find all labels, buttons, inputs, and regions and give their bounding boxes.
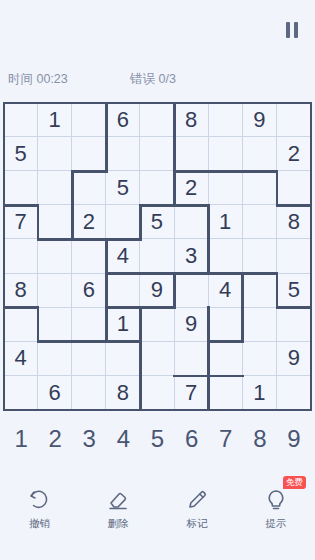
- cell-r1c5[interactable]: [140, 103, 174, 137]
- cell-r3c6[interactable]: 2: [175, 171, 209, 205]
- cell-r4c6[interactable]: [175, 205, 209, 239]
- number-pad: 123456789: [4, 421, 311, 457]
- cell-r9c1[interactable]: [4, 376, 38, 410]
- region-border-segment: [37, 238, 142, 241]
- cell-r5c5[interactable]: [140, 239, 174, 273]
- cell-r8c7[interactable]: [209, 342, 243, 376]
- region-border-segment: [207, 306, 210, 411]
- cell-r2c8[interactable]: [243, 137, 277, 171]
- numpad-key-7[interactable]: 7: [209, 421, 243, 457]
- undo-label: 撤销: [29, 517, 50, 531]
- hint-label: 提示: [265, 517, 286, 531]
- cell-r8c6[interactable]: [175, 342, 209, 376]
- cell-r7c4[interactable]: 1: [106, 308, 140, 342]
- cell-r5c3[interactable]: [72, 239, 106, 273]
- cell-r4c5[interactable]: 5: [140, 205, 174, 239]
- region-border-segment: [3, 306, 40, 309]
- toolbar: 撤销 删除 标记 免费 提示: [0, 483, 315, 541]
- numpad-key-3[interactable]: 3: [72, 421, 106, 457]
- region-border-segment: [276, 170, 279, 207]
- region-border-segment: [71, 170, 74, 241]
- cell-r5c7[interactable]: [209, 239, 243, 273]
- cell-r4c3[interactable]: 2: [72, 205, 106, 239]
- cell-r8c9[interactable]: 9: [277, 342, 311, 376]
- cell-r8c2[interactable]: [38, 342, 72, 376]
- cell-r6c8[interactable]: [243, 274, 277, 308]
- cell-r5c6[interactable]: 3: [175, 239, 209, 273]
- cell-r1c4[interactable]: 6: [106, 103, 140, 137]
- cell-r7c3[interactable]: [72, 308, 106, 342]
- region-border-segment: [37, 306, 40, 343]
- cell-r3c3[interactable]: [72, 171, 106, 205]
- cell-r2c9[interactable]: 2: [277, 137, 311, 171]
- sudoku-board: 1689525272518438694519496871: [4, 103, 311, 410]
- cell-r2c1[interactable]: 5: [4, 137, 38, 171]
- region-border-segment: [3, 204, 40, 207]
- region-border-segment: [276, 272, 279, 309]
- cell-r3c2[interactable]: [38, 171, 72, 205]
- numpad-key-9[interactable]: 9: [277, 421, 311, 457]
- cell-r4c9[interactable]: 8: [277, 205, 311, 239]
- cell-r7c2[interactable]: [38, 308, 72, 342]
- numpad-key-5[interactable]: 5: [140, 421, 174, 457]
- cell-r5c1[interactable]: [4, 239, 38, 273]
- cell-r9c3[interactable]: [72, 376, 106, 410]
- cell-r6c7[interactable]: 4: [209, 274, 243, 308]
- cell-r6c1[interactable]: 8: [4, 274, 38, 308]
- cell-r2c3[interactable]: [72, 137, 106, 171]
- pause-button[interactable]: [282, 22, 302, 38]
- erase-button[interactable]: 删除: [86, 483, 150, 539]
- erase-label: 删除: [108, 517, 129, 531]
- cell-r9c2[interactable]: 6: [38, 376, 72, 410]
- cell-r6c2[interactable]: [38, 274, 72, 308]
- region-border-segment: [105, 272, 278, 275]
- region-border-segment: [276, 204, 313, 207]
- status-bar: 时间 00:23 错误 0/3: [0, 71, 315, 87]
- cell-r1c1[interactable]: [4, 103, 38, 137]
- region-border-segment: [207, 204, 210, 275]
- notes-button[interactable]: 标记: [165, 483, 229, 539]
- cell-r1c3[interactable]: [72, 103, 106, 137]
- cell-r3c7[interactable]: [209, 171, 243, 205]
- cell-r2c5[interactable]: [140, 137, 174, 171]
- cell-r6c3[interactable]: 6: [72, 274, 106, 308]
- cell-r3c9[interactable]: [277, 171, 311, 205]
- cell-r4c4[interactable]: [106, 205, 140, 239]
- cell-r2c7[interactable]: [209, 137, 243, 171]
- region-border-segment: [71, 170, 108, 173]
- cell-r2c2[interactable]: [38, 137, 72, 171]
- cell-r4c7[interactable]: 1: [209, 205, 243, 239]
- cell-r7c9[interactable]: [277, 308, 311, 342]
- cell-r6c9[interactable]: 5: [277, 274, 311, 308]
- cell-r3c8[interactable]: [243, 171, 277, 205]
- cell-r1c9[interactable]: [277, 103, 311, 137]
- cell-r9c7[interactable]: [209, 376, 243, 410]
- pause-icon: [286, 22, 290, 38]
- pencil-icon: [184, 487, 210, 513]
- cell-r9c6[interactable]: 7: [175, 376, 209, 410]
- cell-r4c2[interactable]: [38, 205, 72, 239]
- cell-r9c5[interactable]: [140, 376, 174, 410]
- undo-arrow-icon: [26, 487, 52, 513]
- cell-r5c2[interactable]: [38, 239, 72, 273]
- cell-r3c4[interactable]: 5: [106, 171, 140, 205]
- eraser-icon: [105, 487, 131, 513]
- sudoku-cells: 1689525272518438694519496871: [4, 103, 311, 410]
- cell-r3c1[interactable]: [4, 171, 38, 205]
- region-border-segment: [173, 272, 176, 309]
- free-badge: 免费: [283, 476, 306, 489]
- cell-r1c6[interactable]: 8: [175, 103, 209, 137]
- cell-r7c6[interactable]: 9: [175, 308, 209, 342]
- region-border-segment: [241, 272, 244, 343]
- cell-r7c1[interactable]: [4, 308, 38, 342]
- region-border-segment: [37, 340, 142, 343]
- cell-r8c4[interactable]: [106, 342, 140, 376]
- cell-r8c1[interactable]: 4: [4, 342, 38, 376]
- cell-r4c8[interactable]: [243, 205, 277, 239]
- cell-r8c8[interactable]: [243, 342, 277, 376]
- region-border-segment: [173, 170, 278, 173]
- cell-r7c7[interactable]: [209, 308, 243, 342]
- cell-r9c4[interactable]: 8: [106, 376, 140, 410]
- lightbulb-icon: [263, 487, 289, 513]
- cell-r8c5[interactable]: [140, 342, 174, 376]
- numpad-key-6[interactable]: 6: [175, 421, 209, 457]
- hint-button[interactable]: 免费 提示: [244, 483, 308, 539]
- region-border-segment: [276, 306, 313, 309]
- cell-r7c5[interactable]: [140, 308, 174, 342]
- numpad-key-8[interactable]: 8: [243, 421, 277, 457]
- cell-r1c8[interactable]: 9: [243, 103, 277, 137]
- numpad-key-1[interactable]: 1: [4, 421, 38, 457]
- cell-r8c3[interactable]: [72, 342, 106, 376]
- cell-r9c8[interactable]: 1: [243, 376, 277, 410]
- cell-r5c9[interactable]: [277, 239, 311, 273]
- cell-r7c8[interactable]: [243, 308, 277, 342]
- region-border-segment: [105, 102, 108, 173]
- cell-r6c5[interactable]: 9: [140, 274, 174, 308]
- region-border-segment: [207, 340, 244, 343]
- mistakes-text: 错误 0/3: [130, 71, 176, 88]
- cell-r6c4[interactable]: [106, 274, 140, 308]
- cell-r3c5[interactable]: [140, 171, 174, 205]
- cell-r9c9[interactable]: [277, 376, 311, 410]
- timer-text: 时间 00:23: [8, 71, 68, 88]
- cell-r2c6[interactable]: [175, 137, 209, 171]
- region-border-segment: [139, 204, 142, 241]
- numpad-key-2[interactable]: 2: [38, 421, 72, 457]
- cell-r1c7[interactable]: [209, 103, 243, 137]
- cell-r5c8[interactable]: [243, 239, 277, 273]
- cell-r2c4[interactable]: [106, 137, 140, 171]
- region-border-segment: [105, 238, 108, 343]
- cell-r5c4[interactable]: 4: [106, 239, 140, 273]
- notes-label: 标记: [186, 517, 207, 531]
- pause-icon: [294, 22, 298, 38]
- undo-button[interactable]: 撤销: [7, 483, 71, 539]
- region-border-segment: [173, 102, 176, 207]
- region-border-segment: [139, 306, 142, 411]
- cell-r1c2[interactable]: 1: [38, 103, 72, 137]
- cell-r4c1[interactable]: 7: [4, 205, 38, 239]
- cell-r6c6[interactable]: [175, 274, 209, 308]
- numpad-key-4[interactable]: 4: [106, 421, 140, 457]
- region-border-segment: [37, 204, 40, 241]
